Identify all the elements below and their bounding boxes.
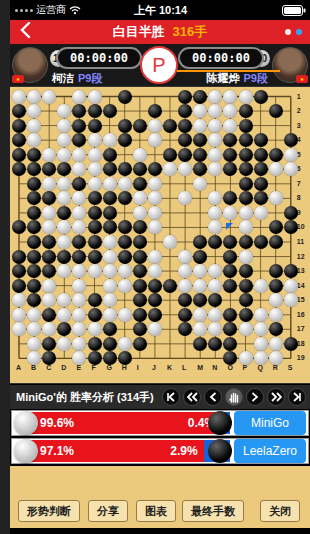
row-label: 18 [297,340,305,347]
stone-black [72,119,86,133]
stone-black [239,162,253,176]
player-left-name: 柯洁 [52,72,74,84]
stone-white [193,308,207,322]
column-label: J [152,364,156,371]
step-forward-button[interactable] [246,388,264,406]
stone-white [208,279,222,293]
stone-black [12,264,26,278]
stone-white [103,264,117,278]
stone-black [254,90,268,104]
white-winrate-bar: 97.1% 2.9% [30,440,204,462]
stone-black [103,191,117,205]
stone-black [88,191,102,205]
stone-black [103,322,117,336]
stone-black [133,322,147,336]
stone-white [42,177,56,191]
fast-forward-button[interactable] [267,388,285,406]
stone-white [239,220,253,234]
stone-white [12,90,26,104]
row-label: 2 [297,107,301,114]
stone-black [42,250,56,264]
stone-white [178,279,192,293]
stone-white [254,206,268,220]
stone-black [163,279,177,293]
stone-white [193,119,207,133]
stone-white [208,90,222,104]
stone-white [103,235,117,249]
move-count: 316手 [172,24,207,39]
stone-black [88,206,102,220]
back-button[interactable] [10,22,40,42]
player-left-rank: P9段 [78,72,102,84]
stone-white [103,177,117,191]
stone-black [223,279,237,293]
stone-white [208,148,222,162]
stone-black [88,351,102,365]
stone-white [239,90,253,104]
stone-white [163,235,177,249]
chart-button[interactable]: 图表 [136,500,176,522]
stone-black [239,148,253,162]
winrate-row-leelazero: 97.1% 2.9% LeelaZero [11,438,309,464]
stone-black [193,148,207,162]
white-stone-icon [14,439,38,463]
stone-black [223,148,237,162]
stone-white [148,206,162,220]
stone-white [103,293,117,307]
stone-white [57,148,71,162]
stone-black [178,308,192,322]
stone-white [254,279,268,293]
stone-white [148,264,162,278]
stone-black [254,177,268,191]
stone-black [163,119,177,133]
stone-white [178,250,192,264]
stone-white [223,90,237,104]
stone-white [88,177,102,191]
stone-white [148,250,162,264]
stone-black [133,308,147,322]
stone-black [118,90,132,104]
white-winrate-value: 97.1% [40,444,74,458]
share-button[interactable]: 分享 [88,500,128,522]
go-board[interactable]: ABCDEFGHIJKLMNOPQRS123456789101112131415… [10,86,310,384]
stone-black [269,279,283,293]
stone-white [269,191,283,205]
stone-white [27,308,41,322]
stone-white [57,119,71,133]
stone-black [118,133,132,147]
stone-white [88,90,102,104]
stone-black [269,148,283,162]
stone-black [133,264,147,278]
stone-black [254,235,268,249]
column-label: M [197,364,203,371]
stone-black [133,337,147,351]
stone-black [27,235,41,249]
stone-black [88,293,102,307]
engine-button-leelazero[interactable]: LeelaZero [234,439,306,463]
stone-white [239,206,253,220]
black-stone-icon [208,411,232,435]
stone-black [12,279,26,293]
close-button[interactable]: 关闭 [260,500,300,522]
stone-black [88,119,102,133]
row-label: 3 [297,122,301,129]
column-label: G [107,364,112,371]
stone-white [103,279,117,293]
stone-white [118,337,132,351]
column-label: B [31,364,36,371]
carrier-label: 运营商 [36,3,66,17]
column-label: H [122,364,127,371]
stone-white [27,90,41,104]
stone-black [27,148,41,162]
column-label: K [167,364,172,371]
app-screen: 运营商 上午 10:14 白目半胜 316手 [10,0,310,534]
page-dot-1 [285,29,291,35]
engine-button-minigo[interactable]: MiniGo [234,411,306,435]
stone-black [103,104,117,118]
stone-black [12,119,26,133]
column-label: I [137,364,139,371]
stone-black [269,235,283,249]
stone-black [118,191,132,205]
white-winrate-value: 99.6% [40,416,74,430]
stone-white [103,250,117,264]
stone-black [88,308,102,322]
stone-white [103,133,117,147]
column-label: Q [258,364,263,371]
stone-black [254,162,268,176]
stone-black [148,308,162,322]
stone-black [103,206,117,220]
stone-white [269,308,283,322]
stone-black [269,322,283,336]
stone-black [103,162,117,176]
stone-black [239,119,253,133]
stone-black [163,148,177,162]
hand-drag-button[interactable] [225,388,243,406]
stone-white [12,308,26,322]
stone-black [103,337,117,351]
stone-black [133,177,147,191]
home-bar [10,528,310,534]
page-dot-2 [296,29,302,35]
stone-black [284,337,298,351]
row-label: 13 [297,267,305,274]
signal-icon [15,9,33,12]
column-label: E [76,364,81,371]
column-label: F [92,364,96,371]
stone-white [118,308,132,322]
stone-white [269,337,283,351]
stone-white [148,119,162,133]
stone-black [254,133,268,147]
stone-black [118,250,132,264]
stone-white [269,351,283,365]
stone-black [103,351,117,365]
stone-white [193,279,207,293]
row-label: 8 [297,194,301,201]
stone-black [12,148,26,162]
stone-black [269,264,283,278]
white-winrate-bar: 99.6% 0.4% [30,412,221,434]
stone-black [178,119,192,133]
stone-black [178,148,192,162]
stone-black [239,293,253,307]
footer: 形势判断 分享 图表 最终手数 关闭 [10,466,310,528]
player-right-name: 陈耀烨 [207,72,240,84]
stone-white [254,308,268,322]
player-bar: ★ ★ 14 10 00:00:00 00:00:00 P 柯洁P9段 陈耀烨P… [10,44,310,86]
stone-black [193,250,207,264]
stone-white [88,162,102,176]
stone-black [12,104,26,118]
stone-black [148,293,162,307]
stone-black [239,235,253,249]
stone-black [118,235,132,249]
row-label: 10 [297,223,305,230]
stone-white [118,177,132,191]
stone-black [254,148,268,162]
stone-black [42,337,56,351]
fast-backward-button[interactable] [183,388,201,406]
row-label: 14 [297,282,305,289]
stone-white [284,279,298,293]
stone-black [27,279,41,293]
row-label: 16 [297,311,305,318]
battery-icon [282,5,306,16]
row-label: 17 [297,325,305,332]
stone-black [239,133,253,147]
stone-black [103,148,117,162]
status-bar: 运营商 上午 10:14 [10,0,310,20]
column-label: R [273,364,278,371]
stone-black [12,250,26,264]
stone-black [239,279,253,293]
row-label: 12 [297,253,305,260]
stone-black [193,90,207,104]
stone-white [208,119,222,133]
stone-white [133,148,147,162]
stone-white [42,279,56,293]
stone-black [239,177,253,191]
stone-white [88,148,102,162]
winrate-row-minigo: 99.6% 0.4% MiniGo [11,410,309,436]
stone-black [148,104,162,118]
wifi-icon [69,6,81,15]
stone-white [57,308,71,322]
analysis-title: MiniGo'的 胜率分析 (314手) [16,390,162,405]
stone-black [239,104,253,118]
column-label: S [288,364,293,371]
column-label: P [243,364,248,371]
pass-indicator: P [140,46,178,84]
clock-time: 上午 10:14 [105,3,216,18]
white-stone-icon [14,411,38,435]
stone-white [42,206,56,220]
stone-black [193,337,207,351]
stone-black [88,235,102,249]
stone-black [284,206,298,220]
stone-white [254,337,268,351]
stone-white [72,279,86,293]
stone-black [133,279,147,293]
stone-white [254,351,268,365]
stone-black [118,162,132,176]
stone-white [254,322,268,336]
step-backward-button[interactable] [204,388,222,406]
stone-black [269,104,283,118]
analysis-header: MiniGo'的 胜率分析 (314手) [10,385,310,409]
clock-left: 00:00:00 [56,47,142,69]
stone-white [223,119,237,133]
stone-black [88,250,102,264]
stone-black [72,250,86,264]
stone-white [72,148,86,162]
column-label: N [212,364,217,371]
stone-white [269,162,283,176]
stone-white [72,90,86,104]
stone-black [57,250,71,264]
stone-black [27,206,41,220]
stone-black [42,308,56,322]
stone-white [239,351,253,365]
stone-black [118,119,132,133]
stone-black [239,264,253,278]
stone-black [239,308,253,322]
stone-black [178,90,192,104]
stone-white [148,133,162,147]
row-label: 19 [297,354,305,361]
stone-black [88,337,102,351]
stone-black [118,351,132,365]
stone-white [208,308,222,322]
stone-white [57,177,71,191]
column-label: C [46,364,51,371]
stone-black [88,104,102,118]
stone-white [88,322,102,336]
stone-white [133,206,147,220]
stone-white [239,322,253,336]
stone-white [284,293,298,307]
stone-black [133,162,147,176]
player-right-rank: P9段 [244,72,268,84]
stone-black [27,177,41,191]
row-label: 15 [297,296,305,303]
stone-black [133,250,147,264]
column-label: A [16,364,21,371]
stone-black [133,235,147,249]
skip-to-end-button[interactable] [288,388,306,406]
stone-white [284,148,298,162]
row-label: 11 [297,238,304,245]
stone-white [239,250,253,264]
stone-white [88,264,102,278]
stone-black [88,220,102,234]
black-winrate-value: 2.9% [170,444,197,458]
stone-white [42,148,56,162]
final-moves-button[interactable]: 最终手数 [182,500,244,522]
skip-to-start-button[interactable] [162,388,180,406]
stone-black [284,264,298,278]
stone-white [193,177,207,191]
stone-white [42,90,56,104]
territory-estimate-button[interactable]: 形势判断 [18,500,80,522]
stone-black [148,279,162,293]
stone-black [27,250,41,264]
stone-white [118,264,132,278]
stone-white [27,119,41,133]
stone-black [223,250,237,264]
game-result-title: 白目半胜 [113,24,165,39]
nav-bar: 白目半胜 316手 [10,20,310,44]
row-label: 7 [297,180,301,187]
stone-black [254,191,268,205]
column-label: L [182,364,186,371]
column-label: O [227,364,232,371]
stone-black [103,220,117,234]
stone-black [133,293,147,307]
last-move-marker [226,223,233,230]
black-stone-icon [208,439,232,463]
stone-white [118,279,132,293]
stone-white [269,293,283,307]
column-label: D [61,364,66,371]
clock-right: 00:00:00 [178,47,264,69]
stone-white [103,308,117,322]
stone-black [133,119,147,133]
stone-white [284,162,298,176]
row-label: 1 [297,93,301,100]
stone-white [88,133,102,147]
stone-black [239,191,253,205]
stone-white [148,177,162,191]
stone-black [284,133,298,147]
stone-white [27,337,41,351]
